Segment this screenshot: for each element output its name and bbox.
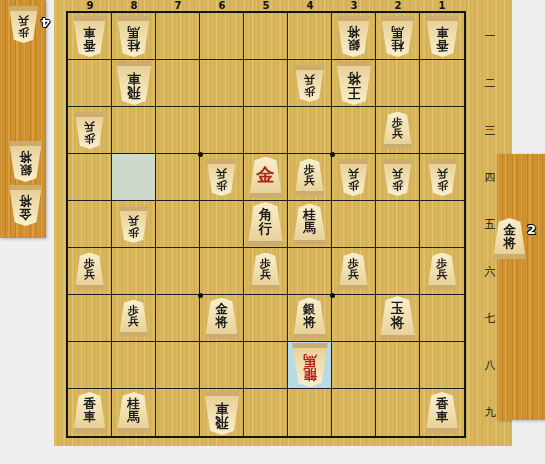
piece-kanji: 歩 (84, 132, 95, 143)
square-1-4[interactable]: 歩兵 (420, 154, 464, 201)
piece-kanji: 将 (303, 316, 316, 329)
piece-gote-king[interactable]: 王将 (335, 61, 373, 105)
square-5-1[interactable] (244, 13, 288, 60)
square-8-6[interactable] (112, 248, 156, 295)
piece-gote-lance[interactable]: 香車 (72, 16, 107, 57)
square-4-2[interactable]: 歩兵 (288, 60, 332, 107)
hand-item-sente-gold[interactable]: 金将2 (492, 218, 527, 259)
piece-kanji: 兵 (128, 316, 139, 327)
square-9-4[interactable] (68, 154, 112, 201)
square-1-3[interactable] (420, 107, 464, 154)
gote-captured-pieces-stand: 歩兵4銀将金将 (0, 0, 46, 238)
square-5-3[interactable] (244, 107, 288, 154)
piece-sente-bishop[interactable]: 角行 (247, 202, 285, 246)
square-6-6[interactable] (200, 248, 244, 295)
piece-kanji: 王 (347, 85, 361, 99)
piece-kanji: 兵 (392, 128, 403, 139)
piece-sente-pawn[interactable]: 歩兵 (427, 253, 458, 290)
hoshi-dot (198, 293, 203, 298)
file-label-1: 1 (434, 0, 450, 12)
piece-gote-knight[interactable]: 桂馬 (380, 16, 415, 57)
square-7-1[interactable] (156, 13, 200, 60)
square-8-3[interactable] (112, 107, 156, 154)
square-5-7[interactable] (244, 295, 288, 342)
square-2-4[interactable]: 歩兵 (376, 154, 420, 201)
piece-kanji: 馬 (127, 25, 140, 38)
hoshi-dot (330, 152, 335, 157)
square-1-9[interactable]: 香車 (420, 389, 464, 436)
square-4-7[interactable]: 銀将 (288, 295, 332, 342)
square-7-8[interactable] (156, 342, 200, 389)
square-4-1[interactable] (288, 13, 332, 60)
piece-gote-promoted-bishop[interactable]: 龍馬 (291, 343, 329, 387)
square-3-8[interactable] (332, 342, 376, 389)
square-4-4[interactable]: 歩兵 (288, 154, 332, 201)
piece-kanji: 兵 (18, 15, 29, 26)
square-5-8[interactable] (244, 342, 288, 389)
square-9-9[interactable]: 香車 (68, 389, 112, 436)
piece-kanji: 馬 (303, 353, 317, 367)
file-label-2: 2 (390, 0, 406, 12)
piece-gote-pawn[interactable]: 歩兵 (8, 6, 39, 43)
piece-gote-pawn[interactable]: 歩兵 (294, 65, 325, 102)
square-1-1[interactable]: 香車 (420, 13, 464, 60)
piece-gote-silver[interactable]: 銀将 (336, 16, 371, 57)
hoshi-dot (330, 293, 335, 298)
square-8-9[interactable]: 桂馬 (112, 389, 156, 436)
square-9-2[interactable] (68, 60, 112, 107)
piece-kanji: 将 (391, 316, 405, 330)
piece-kanji: 兵 (348, 269, 359, 280)
square-2-1[interactable]: 桂馬 (376, 13, 420, 60)
rank-label-1: 一 (481, 29, 499, 44)
square-7-2[interactable] (156, 60, 200, 107)
piece-kanji: 将 (215, 316, 228, 329)
piece-kanji: 将 (347, 71, 361, 85)
square-5-2[interactable] (244, 60, 288, 107)
piece-kanji: 兵 (304, 175, 315, 186)
piece-sente-pawn[interactable]: 歩兵 (74, 253, 105, 290)
square-9-7[interactable] (68, 295, 112, 342)
piece-kanji: 馬 (127, 411, 140, 424)
piece-sente-gold[interactable]: 金将 (492, 218, 527, 259)
piece-kanji: 車 (127, 71, 141, 85)
piece-kanji: 歩 (392, 179, 403, 190)
hoshi-dot (198, 152, 203, 157)
piece-kanji: 兵 (348, 168, 359, 179)
piece-sente-gold[interactable]: 金将 (204, 298, 239, 339)
square-9-1[interactable]: 香車 (68, 13, 112, 60)
piece-gote-pawn[interactable]: 歩兵 (382, 159, 413, 196)
square-3-4[interactable]: 歩兵 (332, 154, 376, 201)
square-6-4[interactable]: 歩兵 (200, 154, 244, 201)
piece-kanji: 将 (347, 25, 360, 38)
piece-sente-pawn[interactable]: 歩兵 (338, 253, 369, 290)
file-label-4: 4 (302, 0, 318, 12)
square-2-2[interactable] (376, 60, 420, 107)
piece-kanji: 歩 (128, 226, 139, 237)
square-6-5[interactable] (200, 201, 244, 248)
piece-kanji: 兵 (216, 168, 227, 179)
piece-kanji: 車 (436, 411, 449, 424)
piece-kanji: 車 (436, 25, 449, 38)
piece-sente-pawn[interactable]: 歩兵 (250, 253, 281, 290)
square-8-7[interactable]: 歩兵 (112, 295, 156, 342)
square-7-9[interactable] (156, 389, 200, 436)
piece-kanji: 歩 (348, 179, 359, 190)
piece-sente-pawn[interactable]: 歩兵 (118, 300, 149, 337)
file-label-7: 7 (170, 0, 186, 12)
square-5-5[interactable]: 角行 (244, 201, 288, 248)
square-9-6[interactable]: 歩兵 (68, 248, 112, 295)
square-4-9[interactable] (288, 389, 332, 436)
square-3-6[interactable]: 歩兵 (332, 248, 376, 295)
piece-gote-pawn[interactable]: 歩兵 (338, 159, 369, 196)
square-1-5[interactable] (420, 201, 464, 248)
piece-gote-pawn[interactable]: 歩兵 (427, 159, 458, 196)
square-4-6[interactable] (288, 248, 332, 295)
piece-sente-knight[interactable]: 桂馬 (116, 392, 151, 433)
piece-kanji: 行 (259, 222, 273, 236)
piece-kanji: 将 (19, 195, 32, 208)
square-3-9[interactable] (332, 389, 376, 436)
square-9-5[interactable] (68, 201, 112, 248)
square-3-3[interactable] (332, 107, 376, 154)
piece-kanji: 将 (503, 237, 516, 250)
square-1-7[interactable] (420, 295, 464, 342)
piece-kanji: 兵 (84, 121, 95, 132)
piece-sente-lance[interactable]: 香車 (425, 392, 460, 433)
square-3-2[interactable]: 王将 (332, 60, 376, 107)
square-5-9[interactable] (244, 389, 288, 436)
piece-kanji: 兵 (128, 215, 139, 226)
square-2-7[interactable]: 玉将 (376, 295, 420, 342)
square-2-3[interactable]: 歩兵 (376, 107, 420, 154)
square-6-7[interactable]: 金将 (200, 295, 244, 342)
square-8-4[interactable] (112, 154, 156, 201)
square-7-6[interactable] (156, 248, 200, 295)
piece-kanji: 車 (83, 411, 96, 424)
square-5-6[interactable]: 歩兵 (244, 248, 288, 295)
piece-sente-knight[interactable]: 桂馬 (292, 204, 327, 245)
square-6-8[interactable] (200, 342, 244, 389)
square-9-3[interactable]: 歩兵 (68, 107, 112, 154)
piece-kanji: 金 (257, 166, 275, 184)
piece-kanji: 歩 (437, 179, 448, 190)
piece-sente-pawn[interactable]: 歩兵 (382, 112, 413, 149)
square-1-6[interactable]: 歩兵 (420, 248, 464, 295)
square-1-8[interactable] (420, 342, 464, 389)
piece-kanji: 兵 (260, 269, 271, 280)
square-7-3[interactable] (156, 107, 200, 154)
square-2-9[interactable] (376, 389, 420, 436)
piece-kanji: 龍 (303, 367, 317, 381)
piece-kanji: 金 (19, 208, 32, 221)
square-6-9[interactable]: 飛車 (200, 389, 244, 436)
piece-kanji: 馬 (303, 222, 316, 235)
piece-kanji: 歩 (216, 179, 227, 190)
piece-sente-king[interactable]: 玉将 (379, 296, 417, 340)
piece-kanji: 歩 (18, 27, 29, 38)
square-3-1[interactable]: 銀将 (332, 13, 376, 60)
piece-gote-pawn[interactable]: 歩兵 (206, 159, 237, 196)
file-label-6: 6 (214, 0, 230, 12)
square-2-6[interactable] (376, 248, 420, 295)
square-2-5[interactable] (376, 201, 420, 248)
file-label-3: 3 (346, 0, 362, 12)
square-7-5[interactable] (156, 201, 200, 248)
square-6-3[interactable] (200, 107, 244, 154)
square-6-1[interactable] (200, 13, 244, 60)
piece-gote-pawn[interactable]: 歩兵 (118, 206, 149, 243)
piece-kanji: 兵 (437, 168, 448, 179)
hand-count-badge: 2 (527, 222, 536, 237)
piece-kanji: 兵 (437, 269, 448, 280)
piece-kanji: 馬 (391, 25, 404, 38)
square-8-5[interactable]: 歩兵 (112, 201, 156, 248)
square-5-4[interactable]: 金 (244, 154, 288, 201)
piece-gote-rook[interactable]: 飛車 (115, 61, 153, 105)
file-label-5: 5 (258, 0, 274, 12)
piece-gote-rook[interactable]: 飛車 (203, 391, 241, 435)
piece-kanji: 車 (83, 25, 96, 38)
piece-gote-knight[interactable]: 桂馬 (116, 16, 151, 57)
piece-kanji: 兵 (84, 269, 95, 280)
piece-gote-gold[interactable]: 金将 (8, 185, 43, 226)
hand-count-badge: 4 (41, 15, 50, 30)
hand-item-gote-gold[interactable]: 金将 (8, 185, 43, 226)
square-9-8[interactable] (68, 342, 112, 389)
square-4-3[interactable] (288, 107, 332, 154)
square-7-4[interactable] (156, 154, 200, 201)
rank-label-3: 三 (481, 123, 499, 138)
piece-kanji: 飛 (127, 85, 141, 99)
piece-kanji: 兵 (392, 168, 403, 179)
square-8-2[interactable]: 飛車 (112, 60, 156, 107)
piece-gote-silver[interactable]: 銀将 (8, 141, 43, 182)
sente-captured-pieces-stand: 金将2 (497, 154, 545, 420)
hand-item-gote-pawn[interactable]: 歩兵4 (8, 6, 39, 43)
square-4-8[interactable]: 龍馬 (288, 342, 332, 389)
shogi-board-grid: 香車桂馬銀将桂馬香車飛車歩兵王将歩兵歩兵歩兵金歩兵歩兵歩兵歩兵歩兵角行桂馬歩兵歩… (66, 11, 466, 438)
piece-kanji: 銀 (19, 164, 32, 177)
file-label-9: 9 (82, 0, 98, 12)
piece-kanji: 将 (19, 151, 32, 164)
square-4-5[interactable]: 桂馬 (288, 201, 332, 248)
piece-kanji: 歩 (304, 85, 315, 96)
rank-label-2: 二 (481, 76, 499, 91)
square-7-7[interactable] (156, 295, 200, 342)
shogi-app: { "game": "shogi", "position": { "sfen":… (0, 0, 545, 464)
square-3-5[interactable] (332, 201, 376, 248)
piece-kanji: 車 (215, 401, 229, 415)
square-3-7[interactable] (332, 295, 376, 342)
piece-sente-pawn[interactable]: 歩兵 (294, 159, 325, 196)
square-8-1[interactable]: 桂馬 (112, 13, 156, 60)
piece-sente-lance[interactable]: 香車 (72, 392, 107, 433)
square-1-2[interactable] (420, 60, 464, 107)
hand-item-gote-silver[interactable]: 銀将 (8, 141, 43, 182)
piece-kanji: 兵 (304, 74, 315, 85)
square-2-8[interactable] (376, 342, 420, 389)
square-8-8[interactable] (112, 342, 156, 389)
file-label-8: 8 (126, 0, 142, 12)
square-6-2[interactable] (200, 60, 244, 107)
piece-gote-lance[interactable]: 香車 (425, 16, 460, 57)
piece-sente-promoted-silver[interactable]: 金 (248, 157, 283, 198)
piece-gote-pawn[interactable]: 歩兵 (74, 112, 105, 149)
piece-sente-silver[interactable]: 銀将 (292, 298, 327, 339)
